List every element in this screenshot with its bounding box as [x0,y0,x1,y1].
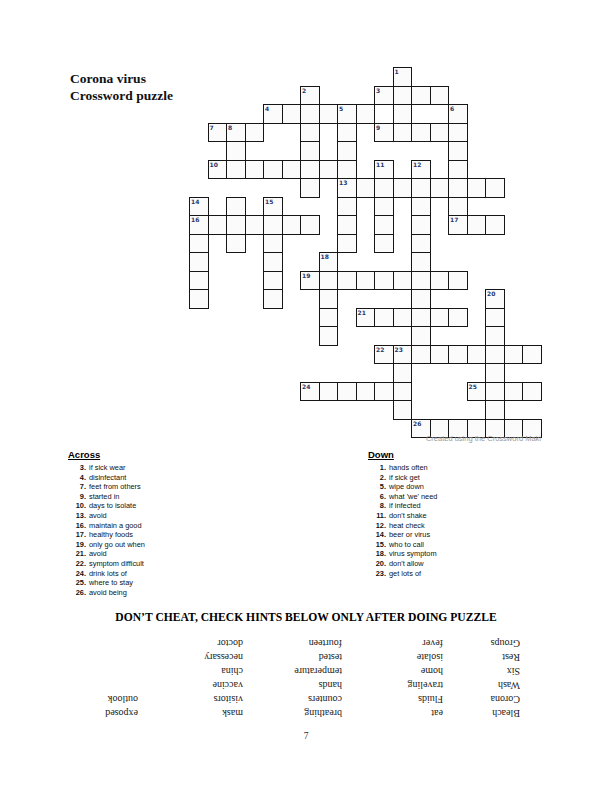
grid-cell-r15c15[interactable] [467,345,487,365]
cell-number: 10 [210,161,218,168]
clue-item: 6.what 'we' need [368,492,437,502]
grid-cell-r18c11[interactable] [393,400,413,420]
cell-number: 9 [376,124,380,131]
clue-item: 11.don't shake [368,511,437,521]
grid-cell-r7c0[interactable]: 14 [189,197,209,217]
hint-word: necessary [138,649,243,663]
clue-item: 8.if infected [368,501,437,511]
grid-cell-r11c11[interactable] [393,271,413,291]
cheat-warning: DON’T CHEAT, CHECK HINTS BELOW ONLY AFTE… [0,611,612,624]
clue-number: 15. [368,540,386,550]
clue-number: 4. [68,473,86,483]
grid-cell-r3c8[interactable] [337,123,357,143]
cell-number: 1 [395,68,399,75]
grid-cell-r11c12[interactable] [411,271,431,291]
grid-cell-r12c12[interactable] [411,289,431,309]
worksheet-page: Corona virus Crossword puzzle 1234567891… [0,0,612,792]
clue-text: hands often [389,463,428,472]
clue-text: get lots of [389,569,421,578]
grid-cell-r9c0[interactable] [189,234,209,254]
down-clue-list: 1.hands often2.if sick get5.wipe down6.w… [368,463,437,578]
grid-cell-r9c8[interactable] [337,234,357,254]
hint-word: mask [138,705,243,719]
grid-cell-r11c14[interactable] [448,271,468,291]
clue-number: 1. [368,463,386,473]
grid-cell-r7c14[interactable] [448,197,468,217]
clue-number: 18. [368,549,386,559]
grid-cell-r10c7[interactable]: 18 [319,252,339,272]
generator-credit: Created using the Crossword Maki [241,434,541,443]
grid-cell-r13c16[interactable] [485,308,505,328]
hint-word: home [342,663,443,677]
grid-cell-r16c11[interactable] [393,363,413,383]
cell-number: 19 [302,272,310,279]
clue-text: don't allow [389,559,424,568]
grid-cell-r16c16[interactable] [485,363,505,383]
page-title: Corona virus Crossword puzzle [70,71,173,104]
hint-word: hands [243,677,342,691]
cell-number: 13 [339,179,347,186]
grid-cell-r2c4[interactable]: 4 [263,104,283,124]
hint-word: Wash [443,677,520,691]
clue-item: 12.heat check [368,521,437,531]
grid-cell-r12c0[interactable] [189,289,209,309]
grid-cell-r10c12[interactable] [411,252,431,272]
grid-cell-r11c13[interactable] [430,271,450,291]
hint-word: vaccine [138,677,243,691]
grid-cell-r3c10[interactable]: 9 [374,123,394,143]
title-line-1: Corona virus [70,71,173,88]
grid-cell-r4c2[interactable] [226,141,246,161]
grid-cell-r2c7[interactable] [319,104,339,124]
grid-cell-r5c6[interactable] [300,160,320,180]
clue-item: 22.symptom difficult [68,559,145,569]
grid-cell-r4c14[interactable] [448,141,468,161]
grid-cell-r7c4[interactable]: 15 [263,197,283,217]
grid-cell-r1c6[interactable]: 2 [300,86,320,106]
clue-item: 10.days to isolate [68,501,145,511]
clue-item: 17.healthy foods [68,530,145,540]
cell-number: 6 [450,105,454,112]
clue-item: 2.if sick get [368,473,437,483]
clue-text: avoid [89,511,107,520]
hint-word: exposed [92,705,138,719]
clue-text: if infected [389,501,421,510]
grid-cell-r7c2[interactable] [226,197,246,217]
clue-text: heat check [389,521,425,530]
cell-number: 8 [228,124,232,131]
hint-word: breathing [243,705,342,719]
grid-cell-r8c12[interactable] [411,215,431,235]
cell-number: 17 [450,216,458,223]
clue-item: 18.virus symptom [368,549,437,559]
hint-word: traveling [342,677,443,691]
grid-cell-r15c13[interactable] [430,345,450,365]
clue-number: 21. [68,549,86,559]
across-header: Across [68,449,145,460]
grid-cell-r15c10[interactable]: 22 [374,345,394,365]
grid-cell-r14c12[interactable] [411,326,431,346]
grid-cell-r5c5[interactable] [282,160,302,180]
grid-cell-r5c1[interactable]: 10 [208,160,228,180]
grid-cell-r8c5[interactable] [282,215,302,235]
grid-cell-r6c6[interactable] [300,178,320,198]
grid-cell-r5c10[interactable]: 11 [374,160,394,180]
cell-number: 22 [376,346,384,353]
clue-item: 3.if sick wear [68,463,145,473]
down-header: Down [368,449,437,460]
hint-word: eat [342,705,443,719]
grid-cell-r3c1[interactable]: 7 [208,123,228,143]
grid-cell-r15c17[interactable] [504,345,524,365]
clue-number: 23. [368,569,386,579]
grid-cell-r2c9[interactable] [356,104,376,124]
cell-number: 20 [487,290,495,297]
grid-cell-r18c16[interactable] [485,400,505,420]
hint-word: fourteen [243,635,342,649]
clue-item: 16.maintain a good [68,521,145,531]
hint-word: fever [342,635,443,649]
clue-text: days to isolate [89,501,136,510]
cell-number: 14 [191,198,199,205]
clue-number: 16. [68,521,86,531]
clue-text: beer or virus [389,530,430,539]
clue-text: feet from others [89,482,141,491]
clue-number: 25. [68,578,86,588]
clue-item: 25.where to stay [68,578,145,588]
clue-item: 9.started in [68,492,145,502]
clue-text: disinfectant [89,473,126,482]
grid-cell-r8c10[interactable] [374,215,394,235]
grid-cell-r11c7[interactable] [319,271,339,291]
grid-cell-r3c2[interactable]: 8 [226,123,246,143]
grid-cell-r1c12[interactable] [411,86,431,106]
grid-cell-r11c4[interactable] [263,271,283,291]
grid-cell-r6c14[interactable] [448,178,468,198]
cell-number: 24 [302,383,310,390]
grid-cell-r17c18[interactable] [522,382,542,402]
grid-cell-r2c11[interactable] [393,104,413,124]
clue-text: if sick get [389,473,420,482]
clue-text: avoid being [89,588,127,597]
grid-cell-r8c4[interactable] [263,215,283,235]
clue-number: 11. [368,511,386,521]
clue-number: 6. [368,492,386,502]
grid-cell-r6c12[interactable] [411,178,431,198]
grid-cell-r8c2[interactable] [226,215,246,235]
grid-cell-r8c1[interactable] [208,215,228,235]
clue-number: 13. [68,511,86,521]
clue-item: 21.avoid [68,549,145,559]
hint-word: china [138,663,243,677]
clue-item: 7.feet from others [68,482,145,492]
clue-text: drink lots of [89,569,127,578]
cell-number: 11 [376,161,384,168]
grid-cell-r5c2[interactable] [226,160,246,180]
grid-cell-r17c11[interactable] [393,382,413,402]
grid-cell-r13c7[interactable] [319,308,339,328]
cell-number: 7 [210,124,214,131]
clue-item: 20.don't allow [368,559,437,569]
hint-word: outlook [92,691,138,705]
cell-number: 21 [358,309,366,316]
clue-text: started in [89,492,119,501]
cell-number: 23 [395,346,403,353]
clue-number: 7. [68,482,86,492]
grid-cell-r15c18[interactable] [522,345,542,365]
grid-cell-r5c4[interactable] [263,160,283,180]
clue-text: only go out when [89,540,145,549]
across-clues: Across 3.if sick wear4.disinfectant7.fee… [68,449,145,597]
grid-cell-r9c12[interactable] [411,234,431,254]
clue-text: healthy foods [89,530,133,539]
grid-cell-r3c6[interactable] [300,123,320,143]
grid-cell-r11c6[interactable]: 19 [300,271,320,291]
grid-cell-r6c10[interactable] [374,178,394,198]
hint-word: visitors [138,691,243,705]
clue-text: avoid [89,549,107,558]
grid-cell-r3c12[interactable] [411,123,431,143]
hint-empty [92,677,138,691]
clue-number: 12. [368,521,386,531]
grid-cell-r15c11[interactable]: 23 [393,345,413,365]
clue-item: 15.who to call [368,540,437,550]
grid-cell-r9c10[interactable] [374,234,394,254]
clue-number: 5. [368,482,386,492]
grid-cell-r3c13[interactable] [430,123,450,143]
clue-number: 2. [368,473,386,483]
clue-text: virus symptom [389,549,437,558]
grid-cell-r8c14[interactable]: 17 [448,215,468,235]
cell-number: 15 [265,198,273,205]
title-line-2: Crossword puzzle [70,88,173,105]
grid-cell-r17c10[interactable] [374,382,394,402]
grid-cell-r7c10[interactable] [374,197,394,217]
grid-cell-r15c12[interactable] [411,345,431,365]
clue-text: where to stay [89,578,133,587]
grid-cell-r8c0[interactable]: 16 [189,215,209,235]
grid-cell-r10c4[interactable] [263,252,283,272]
grid-cell-r3c11[interactable] [393,123,413,143]
grid-cell-r17c15[interactable]: 25 [467,382,487,402]
grid-cell-r3c14[interactable] [448,123,468,143]
grid-cell-r13c13[interactable] [430,308,450,328]
clue-text: who to call [389,540,424,549]
hint-empty [92,635,138,649]
clue-item: 23.get lots of [368,569,437,579]
clue-number: 8. [368,501,386,511]
hint-word: Bleach [443,705,520,719]
grid-cell-r7c8[interactable] [337,197,357,217]
grid-cell-r13c10[interactable] [374,308,394,328]
grid-cell-r1c13[interactable] [430,86,450,106]
hint-word: Six [443,663,520,677]
grid-cell-r2c6[interactable] [300,104,320,124]
cell-number: 16 [191,216,199,223]
grid-cell-r9c2[interactable] [226,234,246,254]
grid-cell-r9c4[interactable] [263,234,283,254]
grid-cell-r14c7[interactable] [319,326,339,346]
crossword-grid: 1234567891011121314151617181920212223242… [189,67,543,439]
grid-cell-r8c8[interactable] [337,215,357,235]
clue-number: 9. [68,492,86,502]
clue-text: what 'we' need [389,492,437,501]
grid-cell-r2c8[interactable]: 5 [337,104,357,124]
grid-cell-r17c16[interactable] [485,382,505,402]
clue-text: if sick wear [89,463,126,472]
grid-cell-r6c15[interactable] [467,178,487,198]
clue-text: maintain a good [89,521,142,530]
clue-item: 1.hands often [368,463,437,473]
grid-cell-r5c3[interactable] [245,160,265,180]
grid-cell-r4c8[interactable] [337,141,357,161]
grid-cell-r11c9[interactable] [356,271,376,291]
grid-cell-r4c6[interactable] [300,141,320,161]
hint-word: Rest [443,649,520,663]
grid-cell-r14c16[interactable] [485,326,505,346]
clue-item: 5.wipe down [368,482,437,492]
grid-cell-r13c9[interactable]: 21 [356,308,376,328]
cell-number: 2 [302,87,306,94]
hint-word: Groups [443,635,520,649]
clue-number: 26. [68,588,86,598]
grid-cell-r15c14[interactable] [448,345,468,365]
hint-word: counters [243,691,342,705]
hint-word: doctor [138,635,243,649]
cell-number: 4 [265,105,269,112]
grid-cell-r15c16[interactable] [485,345,505,365]
clue-item: 26.avoid being [68,588,145,598]
clue-text: wipe down [389,482,424,491]
cell-number: 25 [469,383,477,390]
grid-cell-r13c14[interactable] [448,308,468,328]
grid-cell-r17c8[interactable] [337,382,357,402]
cell-number: 26 [413,420,421,427]
clue-number: 10. [68,501,86,511]
page-number: 7 [0,731,612,741]
clue-item: 24.drink lots of [68,569,145,579]
grid-cell-r12c16[interactable]: 20 [485,289,505,309]
grid-cell-r6c9[interactable] [356,178,376,198]
grid-cell-r5c12[interactable]: 12 [411,160,431,180]
clue-item: 14.beer or virus [368,530,437,540]
clue-item: 13.avoid [68,511,145,521]
hint-word: temperature [243,663,342,677]
clue-number: 20. [368,559,386,569]
grid-cell-r17c17[interactable] [504,382,524,402]
grid-cell-r12c7[interactable] [319,289,339,309]
grid-cell-r5c7[interactable] [319,160,339,180]
grid-cell-r8c16[interactable] [485,215,505,235]
grid-cell-r2c14[interactable]: 6 [448,104,468,124]
grid-cell-r6c13[interactable] [430,178,450,198]
grid-cell-r11c0[interactable] [189,271,209,291]
grid-cell-r1c11[interactable] [393,86,413,106]
clue-number: 3. [68,463,86,473]
hint-word: Corona [443,691,520,705]
grid-cell-r1c10[interactable]: 3 [374,86,394,106]
grid-cell-r2c5[interactable] [282,104,302,124]
grid-cell-r8c15[interactable] [467,215,487,235]
grid-cell-r11c10[interactable] [374,271,394,291]
grid-cell-r11c8[interactable] [337,271,357,291]
hint-empty [92,663,138,677]
cell-number: 5 [339,105,343,112]
grid-cell-r17c9[interactable] [356,382,376,402]
down-clues: Down 1.hands often2.if sick get5.wipe do… [368,449,437,578]
clue-number: 17. [68,530,86,540]
grid-cell-r5c8[interactable] [337,160,357,180]
grid-cell-r8c6[interactable] [300,215,320,235]
grid-cell-r13c11[interactable] [393,308,413,328]
cell-number: 18 [321,253,329,260]
cell-number: 3 [376,87,380,94]
grid-cell-r6c8[interactable]: 13 [337,178,357,198]
clue-text: symptom difficult [89,559,144,568]
hint-word-bank-rotated: BleacheatbreathingmaskexposedCoronaFluid… [92,633,520,719]
grid-cell-r17c7[interactable] [319,382,339,402]
clue-number: 19. [68,540,86,550]
grid-cell-r7c12[interactable] [411,197,431,217]
cell-number: 12 [413,161,421,168]
grid-cell-r8c3[interactable] [245,215,265,235]
grid-cell-r6c11[interactable] [393,178,413,198]
grid-cell-r13c12[interactable] [411,308,431,328]
clue-number: 24. [68,569,86,579]
clue-item: 19.only go out when [68,540,145,550]
hint-word: Fluids [342,691,443,705]
grid-cell-r6c16[interactable] [485,178,505,198]
grid-cell-r5c14[interactable] [448,160,468,180]
hint-word: isolate [342,649,443,663]
grid-cell-r0c11[interactable]: 1 [393,67,413,87]
across-clue-list: 3.if sick wear4.disinfectant7.feet from … [68,463,145,597]
clue-text: don't shake [389,511,427,520]
grid-cell-r17c6[interactable]: 24 [300,382,320,402]
grid-cell-r10c0[interactable] [189,252,209,272]
grid-cell-r3c3[interactable] [245,123,265,143]
clue-item: 4.disinfectant [68,473,145,483]
hint-empty [92,649,138,663]
grid-cell-r12c4[interactable] [263,289,283,309]
clue-number: 22. [68,559,86,569]
clue-number: 14. [368,530,386,540]
hint-word: tested [243,649,342,663]
